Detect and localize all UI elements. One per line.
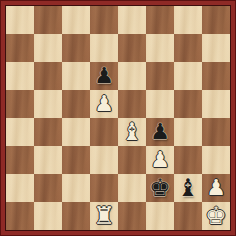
square-e8[interactable] <box>118 6 146 34</box>
square-a1[interactable] <box>6 202 34 230</box>
square-f8[interactable] <box>146 6 174 34</box>
square-b1[interactable] <box>34 202 62 230</box>
square-b5[interactable] <box>34 90 62 118</box>
square-a4[interactable] <box>6 118 34 146</box>
black-pawn-f4: ♟ <box>150 118 170 146</box>
square-d7[interactable] <box>90 34 118 62</box>
square-d4[interactable] <box>90 118 118 146</box>
square-e3[interactable] <box>118 146 146 174</box>
square-h8[interactable] <box>202 6 230 34</box>
square-e5[interactable] <box>118 90 146 118</box>
square-c6[interactable] <box>62 62 90 90</box>
square-c1[interactable] <box>62 202 90 230</box>
square-c8[interactable] <box>62 6 90 34</box>
square-c3[interactable] <box>62 146 90 174</box>
white-bishop-e4: ♝ <box>121 118 143 146</box>
board-frame: ♟♟♝♟♟♚♝♟♜♚ <box>0 0 236 236</box>
square-g4[interactable] <box>174 118 202 146</box>
square-b6[interactable] <box>34 62 62 90</box>
square-d5[interactable]: ♟ <box>90 90 118 118</box>
square-g6[interactable] <box>174 62 202 90</box>
black-bishop-g2: ♝ <box>177 174 199 202</box>
square-h7[interactable] <box>202 34 230 62</box>
white-king-h1: ♚ <box>205 202 227 230</box>
square-b2[interactable] <box>34 174 62 202</box>
white-pawn-d5: ♟ <box>94 90 114 118</box>
square-f5[interactable] <box>146 90 174 118</box>
black-pawn-d6: ♟ <box>94 62 114 90</box>
white-pawn-f3: ♟ <box>150 146 170 174</box>
white-rook-d1: ♜ <box>93 202 115 230</box>
square-f3[interactable]: ♟ <box>146 146 174 174</box>
square-b3[interactable] <box>34 146 62 174</box>
square-e2[interactable] <box>118 174 146 202</box>
square-d3[interactable] <box>90 146 118 174</box>
square-b4[interactable] <box>34 118 62 146</box>
square-d2[interactable] <box>90 174 118 202</box>
square-g3[interactable] <box>174 146 202 174</box>
chess-board: ♟♟♝♟♟♚♝♟♜♚ <box>6 6 230 230</box>
square-d6[interactable]: ♟ <box>90 62 118 90</box>
square-g2[interactable]: ♝ <box>174 174 202 202</box>
square-f6[interactable] <box>146 62 174 90</box>
square-g8[interactable] <box>174 6 202 34</box>
square-f1[interactable] <box>146 202 174 230</box>
square-h1[interactable]: ♚ <box>202 202 230 230</box>
square-a7[interactable] <box>6 34 34 62</box>
square-h5[interactable] <box>202 90 230 118</box>
square-b8[interactable] <box>34 6 62 34</box>
square-f4[interactable]: ♟ <box>146 118 174 146</box>
square-a6[interactable] <box>6 62 34 90</box>
square-c7[interactable] <box>62 34 90 62</box>
square-a5[interactable] <box>6 90 34 118</box>
square-h2[interactable]: ♟ <box>202 174 230 202</box>
square-f2[interactable]: ♚ <box>146 174 174 202</box>
square-h3[interactable] <box>202 146 230 174</box>
square-h6[interactable] <box>202 62 230 90</box>
square-c4[interactable] <box>62 118 90 146</box>
square-e6[interactable] <box>118 62 146 90</box>
square-d8[interactable] <box>90 6 118 34</box>
square-a2[interactable] <box>6 174 34 202</box>
white-pawn-h2: ♟ <box>206 174 226 202</box>
square-g7[interactable] <box>174 34 202 62</box>
square-e7[interactable] <box>118 34 146 62</box>
square-c5[interactable] <box>62 90 90 118</box>
square-a8[interactable] <box>6 6 34 34</box>
square-a3[interactable] <box>6 146 34 174</box>
square-c2[interactable] <box>62 174 90 202</box>
square-h4[interactable] <box>202 118 230 146</box>
square-g5[interactable] <box>174 90 202 118</box>
square-g1[interactable] <box>174 202 202 230</box>
black-king-f2: ♚ <box>149 174 171 202</box>
square-e4[interactable]: ♝ <box>118 118 146 146</box>
square-f7[interactable] <box>146 34 174 62</box>
square-b7[interactable] <box>34 34 62 62</box>
square-e1[interactable] <box>118 202 146 230</box>
square-d1[interactable]: ♜ <box>90 202 118 230</box>
